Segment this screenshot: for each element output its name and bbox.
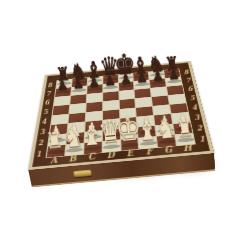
file-label: A — [44, 153, 63, 166]
rank-label: 1 — [33, 140, 44, 160]
file-label: C — [82, 150, 102, 163]
rank-label: 1 — [195, 125, 209, 145]
file-label: E — [120, 146, 140, 159]
file-label: F — [139, 145, 159, 158]
file-label: H — [177, 141, 198, 154]
chess-set: ABCDEFGH ABCDEFGH 87654321 87654321 ♜♞♝♛… — [34, 24, 204, 194]
file-label: B — [63, 151, 83, 164]
file-label: G — [158, 143, 178, 156]
product-photo: ABCDEFGH ABCDEFGH 87654321 87654321 ♜♞♝♛… — [0, 0, 238, 238]
brass-clasp-icon — [74, 170, 93, 178]
chess-board: ABCDEFGH ABCDEFGH 87654321 87654321 ♜♞♝♛… — [28, 61, 214, 170]
file-label: D — [101, 148, 121, 161]
